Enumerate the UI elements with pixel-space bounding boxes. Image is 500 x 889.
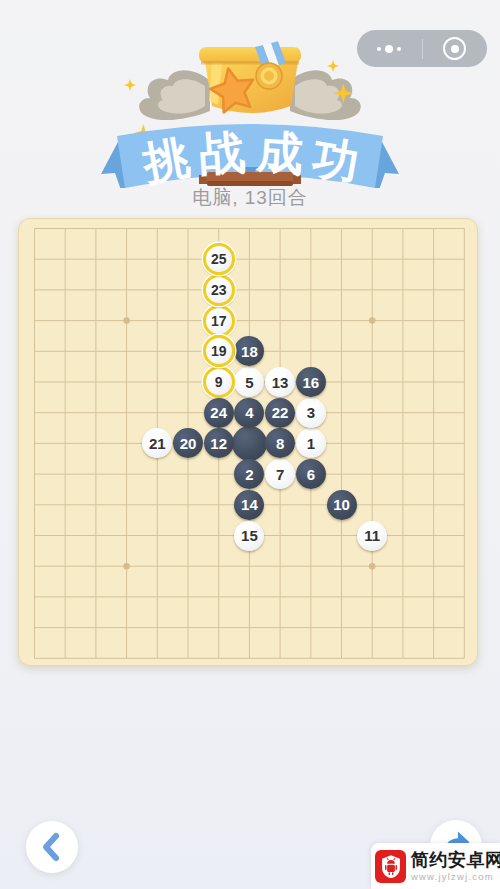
- stone-25: 25: [203, 243, 235, 275]
- back-button[interactable]: [26, 821, 78, 873]
- more-dots-icon: [377, 45, 401, 53]
- stone-15: 15: [234, 521, 264, 551]
- stone-1: 1: [296, 428, 326, 458]
- chevron-left-icon: [26, 821, 78, 873]
- left-wing-icon: [139, 70, 210, 120]
- match-subtitle: 电脑, 13回合: [0, 185, 500, 211]
- site-watermark: 简约安卓网 www.jylzwj.com: [371, 843, 500, 889]
- watermark-url: www.jylzwj.com: [411, 872, 500, 882]
- stone-18: 18: [234, 336, 264, 366]
- stone-4: 4: [234, 398, 264, 428]
- stone-23: 23: [203, 274, 235, 306]
- banner-char-4: 功: [308, 130, 363, 188]
- watermark-title: 简约安卓网: [411, 851, 500, 869]
- stone-3: 3: [296, 398, 326, 428]
- more-button[interactable]: [357, 30, 422, 67]
- stone-11: 11: [357, 521, 387, 551]
- stone-17: 17: [203, 305, 235, 337]
- stone-6: 6: [296, 459, 326, 489]
- stone-2: 2: [234, 459, 264, 489]
- stone-20: 20: [173, 428, 203, 458]
- stone-21: 21: [142, 428, 172, 458]
- stone-24: 24: [204, 398, 234, 428]
- banner-char-2: 战: [197, 125, 247, 180]
- banner-char-1: 挑: [137, 130, 193, 188]
- stone-19: 19: [203, 335, 235, 367]
- stone-13: 13: [265, 367, 295, 397]
- banner-char-3: 成: [254, 125, 305, 180]
- board[interactable]: 1234567891011121314151617181920212223242…: [18, 218, 478, 666]
- stone-16: 16: [296, 367, 326, 397]
- right-wing-icon: [290, 70, 361, 120]
- stone-9: 9: [203, 366, 235, 398]
- target-circle-icon: [443, 37, 466, 60]
- trophy-icon: [199, 41, 301, 114]
- exit-button[interactable]: [423, 30, 488, 67]
- android-shield-icon: [375, 850, 406, 883]
- stone-5: 5: [234, 367, 264, 397]
- miniprogram-capsule: [357, 30, 487, 67]
- stone-22: 22: [265, 398, 295, 428]
- stone-10: 10: [327, 490, 357, 520]
- stone-8: 8: [265, 428, 295, 458]
- stone-12: 12: [204, 428, 234, 458]
- stones-layer: 1234567891011121314151617181920212223242…: [19, 219, 477, 665]
- stone-14: 14: [234, 490, 264, 520]
- stone-opening: [232, 426, 267, 461]
- stone-7: 7: [265, 459, 295, 489]
